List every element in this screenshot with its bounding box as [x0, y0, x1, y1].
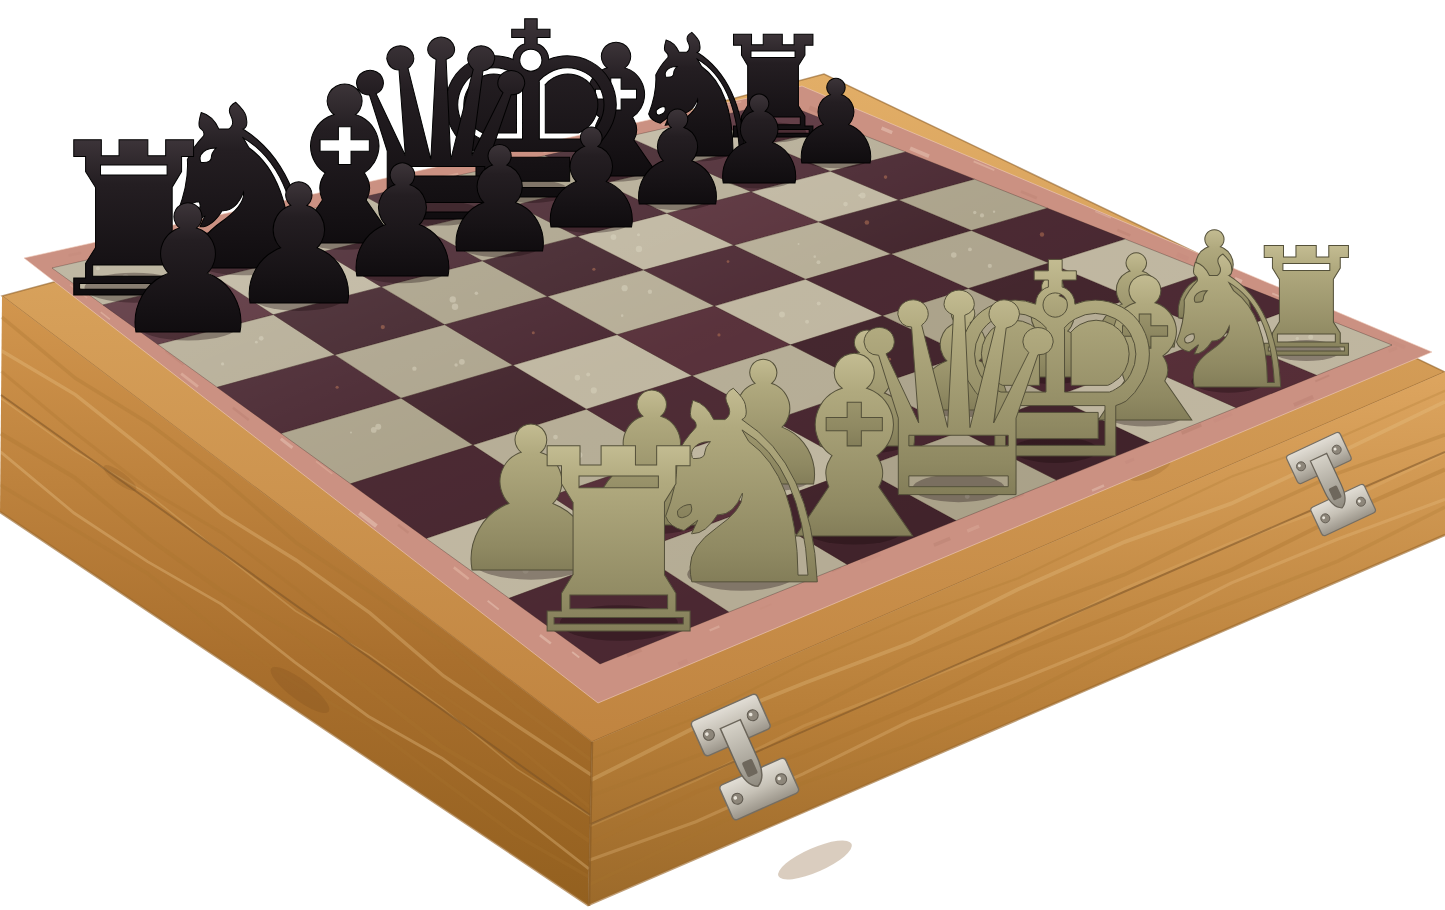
marble-speckle — [454, 363, 457, 366]
stone-fleck — [532, 331, 535, 334]
chess-set-photo: ♜♞♟♝♟♚♟♛♟♝♟♞♟♜♟♟♟♟♜♟♞♟♝♟♚♟♛♟♝♟♞♜ — [0, 0, 1445, 910]
marble-speckle — [475, 291, 479, 295]
marble-speckle — [350, 431, 352, 433]
marble-speckle — [843, 202, 848, 207]
marble-speckle — [621, 285, 627, 291]
marble-speckle — [621, 314, 624, 317]
marble-speckle — [371, 427, 377, 433]
marble-speckle — [798, 243, 800, 245]
stone-fleck — [727, 260, 730, 263]
marble-speckle — [648, 290, 652, 294]
chess-set-svg: ♜♞♟♝♟♚♟♛♟♝♟♞♟♜♟♟♟♟♜♟♞♟♝♟♚♟♛♟♝♟♞♜ — [0, 0, 1445, 910]
marble-speckle — [459, 359, 465, 365]
white-rook-a1[interactable]: ♜ — [505, 395, 733, 691]
stone-fleck — [865, 220, 870, 225]
black-pawn-a7[interactable]: ♟ — [109, 168, 268, 374]
marble-speckle — [412, 366, 416, 370]
marble-speckle — [813, 255, 816, 258]
marble-speckle — [858, 194, 860, 196]
stone-fleck — [381, 325, 385, 329]
stone-fleck — [592, 268, 595, 271]
stone-fleck — [336, 386, 339, 389]
wood-knot — [774, 833, 857, 887]
marble-speckle — [816, 260, 820, 264]
